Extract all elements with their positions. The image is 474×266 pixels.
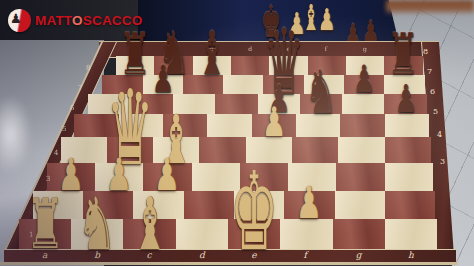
square-g6 <box>342 94 384 114</box>
rank-row-1 <box>19 219 437 249</box>
rank-row-8 <box>116 56 422 75</box>
square-h6 <box>384 94 426 114</box>
square-a4 <box>61 137 107 163</box>
square-f3 <box>288 163 336 191</box>
square-c1 <box>123 219 175 249</box>
square-f1 <box>280 219 332 249</box>
square-g5 <box>340 114 384 137</box>
square-d4 <box>199 137 245 163</box>
square-a7 <box>102 75 142 94</box>
square-b1 <box>71 219 123 249</box>
pawn-icon: ♟ <box>10 12 22 25</box>
floor-reflection-highlight <box>0 95 32 175</box>
square-b7 <box>143 75 183 94</box>
square-b4 <box>107 137 153 163</box>
square-a2 <box>33 191 83 219</box>
square-d2 <box>184 191 234 219</box>
square-e1 <box>228 219 280 249</box>
square-e6 <box>258 94 300 114</box>
square-a1 <box>19 219 71 249</box>
square-c6 <box>173 94 215 114</box>
square-d3 <box>192 163 240 191</box>
square-g1 <box>333 219 385 249</box>
channel-name: MATTOSCACCO <box>35 13 142 28</box>
square-c2 <box>133 191 183 219</box>
square-h4 <box>385 137 431 163</box>
square-a8 <box>116 56 154 75</box>
square-b8 <box>154 56 192 75</box>
square-b2 <box>83 191 133 219</box>
board-border-bottom <box>4 249 456 263</box>
square-b6 <box>131 94 173 114</box>
rank-row-6 <box>88 94 426 114</box>
rank-row-4 <box>61 137 431 163</box>
square-h7 <box>384 75 424 94</box>
square-h5 <box>385 114 429 137</box>
square-d1 <box>176 219 228 249</box>
square-c4 <box>153 137 199 163</box>
square-f7 <box>304 75 344 94</box>
rank-row-3 <box>47 163 433 191</box>
square-e4 <box>246 137 292 163</box>
square-g3 <box>336 163 384 191</box>
square-a3 <box>47 163 95 191</box>
square-a6 <box>88 94 130 114</box>
channel-watermark: ♟ MATTOSCACCO <box>8 9 142 32</box>
square-b3 <box>95 163 143 191</box>
square-d7 <box>223 75 263 94</box>
square-e3 <box>240 163 288 191</box>
square-f5 <box>296 114 340 137</box>
square-e8 <box>269 56 307 75</box>
square-g8 <box>346 56 384 75</box>
square-g2 <box>335 191 385 219</box>
square-c8 <box>193 56 231 75</box>
square-b5 <box>119 114 163 137</box>
rank-row-2 <box>33 191 435 219</box>
square-h3 <box>385 163 433 191</box>
square-e5 <box>252 114 296 137</box>
square-d8 <box>231 56 269 75</box>
square-a5 <box>74 114 118 137</box>
square-g7 <box>344 75 384 94</box>
board-outer-rim <box>0 262 458 265</box>
background-furniture-blur <box>386 0 474 15</box>
square-h1 <box>385 219 437 249</box>
square-g4 <box>338 137 384 163</box>
square-d5 <box>207 114 251 137</box>
rank-row-5 <box>74 114 428 137</box>
square-e2 <box>234 191 284 219</box>
square-f8 <box>308 56 346 75</box>
square-e7 <box>263 75 303 94</box>
chess-photo-scene: aabbccddeeffgghh87654387654321 ♜♞♝♜♟♛♟♟♞… <box>0 0 474 266</box>
square-h2 <box>385 191 435 219</box>
rank-row-7 <box>102 75 424 94</box>
square-d6 <box>215 94 257 114</box>
square-c3 <box>143 163 191 191</box>
square-f6 <box>300 94 342 114</box>
logo-icon: ♟ <box>8 9 31 32</box>
square-f2 <box>284 191 334 219</box>
square-c7 <box>183 75 223 94</box>
square-f4 <box>292 137 338 163</box>
square-h8 <box>384 56 422 75</box>
square-c5 <box>163 114 207 137</box>
